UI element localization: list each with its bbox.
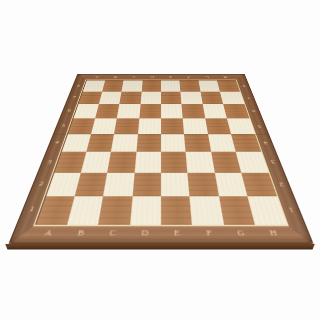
- square-c6[interactable]: [117, 104, 140, 118]
- square-d6[interactable]: [139, 104, 161, 118]
- board-side-edge: [5, 244, 315, 250]
- square-b7[interactable]: [99, 92, 122, 105]
- photo-background: ABCDEFGH ABCDEFGH 87654321 87654321: [0, 0, 320, 320]
- square-d7[interactable]: [140, 92, 161, 105]
- square-c7[interactable]: [120, 92, 142, 105]
- square-h8[interactable]: [217, 80, 240, 91]
- chess-board: ABCDEFGH ABCDEFGH 87654321 87654321: [8, 74, 313, 244]
- square-d1[interactable]: [130, 196, 161, 224]
- square-b8[interactable]: [102, 80, 124, 91]
- square-b5[interactable]: [91, 118, 117, 134]
- square-h6[interactable]: [223, 104, 249, 118]
- square-b3[interactable]: [81, 152, 111, 173]
- square-e7[interactable]: [161, 92, 182, 105]
- square-b1[interactable]: [67, 196, 103, 224]
- square-f4[interactable]: [184, 134, 211, 152]
- square-c2[interactable]: [103, 173, 134, 197]
- square-f8[interactable]: [180, 80, 201, 91]
- square-c3[interactable]: [107, 152, 136, 173]
- square-e6[interactable]: [161, 104, 183, 118]
- square-b4[interactable]: [86, 134, 114, 152]
- square-f3[interactable]: [186, 152, 215, 173]
- square-f7[interactable]: [181, 92, 203, 105]
- square-f6[interactable]: [182, 104, 205, 118]
- square-c4[interactable]: [111, 134, 138, 152]
- square-e5[interactable]: [161, 118, 184, 134]
- square-e8[interactable]: [161, 80, 181, 91]
- square-h7[interactable]: [220, 92, 244, 105]
- square-d3[interactable]: [134, 152, 161, 173]
- square-d4[interactable]: [136, 134, 161, 152]
- square-f2[interactable]: [188, 173, 219, 197]
- square-d5[interactable]: [138, 118, 161, 134]
- square-b2[interactable]: [74, 173, 107, 197]
- square-b6[interactable]: [95, 104, 119, 118]
- square-f5[interactable]: [183, 118, 208, 134]
- square-c8[interactable]: [122, 80, 143, 91]
- square-d2[interactable]: [132, 173, 161, 197]
- square-e1[interactable]: [161, 196, 192, 224]
- square-e2[interactable]: [161, 173, 190, 197]
- square-e4[interactable]: [161, 134, 186, 152]
- square-e3[interactable]: [161, 152, 188, 173]
- square-d8[interactable]: [141, 80, 161, 91]
- square-c1[interactable]: [98, 196, 132, 224]
- square-c5[interactable]: [114, 118, 139, 134]
